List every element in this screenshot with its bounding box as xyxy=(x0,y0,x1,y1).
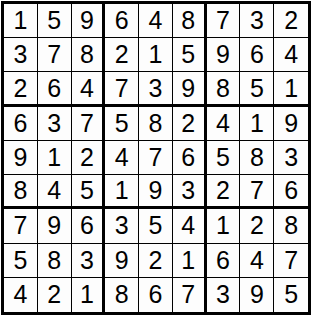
cell-r5c6[interactable]: 6 xyxy=(173,141,207,175)
cell-r5c9[interactable]: 3 xyxy=(274,141,308,175)
cell-r3c1[interactable]: 2 xyxy=(4,72,38,106)
cell-r1c9[interactable]: 2 xyxy=(274,4,308,38)
cell-r8c7[interactable]: 6 xyxy=(207,244,241,278)
cell-r4c9[interactable]: 9 xyxy=(274,107,308,141)
cell-r5c2[interactable]: 1 xyxy=(38,141,72,175)
cell-r7c6[interactable]: 4 xyxy=(173,209,207,243)
cell-r3c4[interactable]: 7 xyxy=(105,72,139,106)
cell-r2c5[interactable]: 1 xyxy=(139,38,173,72)
cell-r6c6[interactable]: 3 xyxy=(173,175,207,209)
cell-r7c8[interactable]: 2 xyxy=(240,209,274,243)
cell-r4c8[interactable]: 1 xyxy=(240,107,274,141)
cell-r5c5[interactable]: 7 xyxy=(139,141,173,175)
cell-r9c1[interactable]: 4 xyxy=(4,278,38,312)
cell-r7c3[interactable]: 6 xyxy=(72,209,106,243)
cell-r6c9[interactable]: 6 xyxy=(274,175,308,209)
cell-r6c4[interactable]: 1 xyxy=(105,175,139,209)
cell-r9c9[interactable]: 5 xyxy=(274,278,308,312)
cell-r8c2[interactable]: 8 xyxy=(38,244,72,278)
cell-r7c1[interactable]: 7 xyxy=(4,209,38,243)
cell-r9c3[interactable]: 1 xyxy=(72,278,106,312)
cell-r3c9[interactable]: 1 xyxy=(274,72,308,106)
cell-r4c7[interactable]: 4 xyxy=(207,107,241,141)
cell-r2c6[interactable]: 5 xyxy=(173,38,207,72)
cell-r4c4[interactable]: 5 xyxy=(105,107,139,141)
cell-r6c2[interactable]: 4 xyxy=(38,175,72,209)
cell-r9c6[interactable]: 7 xyxy=(173,278,207,312)
cell-r2c8[interactable]: 6 xyxy=(240,38,274,72)
cell-r6c1[interactable]: 8 xyxy=(4,175,38,209)
cell-r1c6[interactable]: 8 xyxy=(173,4,207,38)
cell-r3c2[interactable]: 6 xyxy=(38,72,72,106)
cell-r9c5[interactable]: 6 xyxy=(139,278,173,312)
cell-r1c1[interactable]: 1 xyxy=(4,4,38,38)
cell-r5c4[interactable]: 4 xyxy=(105,141,139,175)
cell-r4c5[interactable]: 8 xyxy=(139,107,173,141)
cell-r8c3[interactable]: 3 xyxy=(72,244,106,278)
cell-r6c3[interactable]: 5 xyxy=(72,175,106,209)
cell-r1c7[interactable]: 7 xyxy=(207,4,241,38)
cell-r6c8[interactable]: 7 xyxy=(240,175,274,209)
cell-r7c5[interactable]: 5 xyxy=(139,209,173,243)
cell-r8c6[interactable]: 1 xyxy=(173,244,207,278)
cell-r3c7[interactable]: 8 xyxy=(207,72,241,106)
cell-r3c3[interactable]: 4 xyxy=(72,72,106,106)
cell-r6c7[interactable]: 2 xyxy=(207,175,241,209)
cell-r5c1[interactable]: 9 xyxy=(4,141,38,175)
cell-r4c1[interactable]: 6 xyxy=(4,107,38,141)
cell-r8c4[interactable]: 9 xyxy=(105,244,139,278)
cell-r3c5[interactable]: 3 xyxy=(139,72,173,106)
cell-r2c4[interactable]: 2 xyxy=(105,38,139,72)
cell-r1c3[interactable]: 9 xyxy=(72,4,106,38)
cell-r7c9[interactable]: 8 xyxy=(274,209,308,243)
cell-r9c4[interactable]: 8 xyxy=(105,278,139,312)
cell-r5c7[interactable]: 5 xyxy=(207,141,241,175)
cell-r7c7[interactable]: 1 xyxy=(207,209,241,243)
cell-r7c4[interactable]: 3 xyxy=(105,209,139,243)
cell-r1c2[interactable]: 5 xyxy=(38,4,72,38)
cell-r4c3[interactable]: 7 xyxy=(72,107,106,141)
cell-r5c3[interactable]: 2 xyxy=(72,141,106,175)
cell-r4c2[interactable]: 3 xyxy=(38,107,72,141)
cell-r9c8[interactable]: 9 xyxy=(240,278,274,312)
cell-r8c5[interactable]: 2 xyxy=(139,244,173,278)
cell-r9c7[interactable]: 3 xyxy=(207,278,241,312)
cell-r9c2[interactable]: 2 xyxy=(38,278,72,312)
cell-r8c8[interactable]: 4 xyxy=(240,244,274,278)
cell-r2c2[interactable]: 7 xyxy=(38,38,72,72)
cell-r1c4[interactable]: 6 xyxy=(105,4,139,38)
cell-r3c8[interactable]: 5 xyxy=(240,72,274,106)
cell-r8c1[interactable]: 5 xyxy=(4,244,38,278)
cell-r2c9[interactable]: 4 xyxy=(274,38,308,72)
cell-r3c6[interactable]: 9 xyxy=(173,72,207,106)
cell-r4c6[interactable]: 2 xyxy=(173,107,207,141)
cell-r8c9[interactable]: 7 xyxy=(274,244,308,278)
cell-r5c8[interactable]: 8 xyxy=(240,141,274,175)
cell-r1c5[interactable]: 4 xyxy=(139,4,173,38)
cell-r2c7[interactable]: 9 xyxy=(207,38,241,72)
cell-r2c1[interactable]: 3 xyxy=(4,38,38,72)
cell-r6c5[interactable]: 9 xyxy=(139,175,173,209)
cell-r7c2[interactable]: 9 xyxy=(38,209,72,243)
cell-r1c8[interactable]: 3 xyxy=(240,4,274,38)
cell-r2c3[interactable]: 8 xyxy=(72,38,106,72)
sudoku-board: 1596487323782159642647398516375824199124… xyxy=(1,1,311,315)
